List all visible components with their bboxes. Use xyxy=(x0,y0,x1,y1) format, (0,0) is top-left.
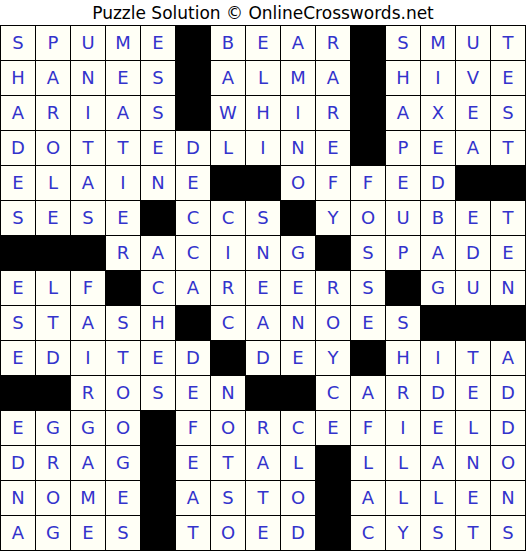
block-cell-r1c6 xyxy=(176,26,211,61)
block-cell-r14c5 xyxy=(141,481,176,516)
letter-cell-r10c4: T xyxy=(106,341,141,376)
block-cell-r10c7 xyxy=(211,341,246,376)
letter-cell-r9c4: S xyxy=(106,306,141,341)
block-cell-r5c8 xyxy=(246,166,281,201)
letter-cell-r13c3: A xyxy=(71,446,106,481)
letter-cell-r7c15: E xyxy=(491,236,526,271)
letter-cell-r14c3: M xyxy=(71,481,106,516)
letter-cell-r5c9: O xyxy=(281,166,316,201)
letter-cell-r13c14: N xyxy=(456,446,491,481)
letter-cell-r7c6: C xyxy=(176,236,211,271)
letter-cell-r14c1: N xyxy=(1,481,36,516)
letter-cell-r14c9: O xyxy=(281,481,316,516)
letter-cell-r1c4: M xyxy=(106,26,141,61)
letter-cell-r6c12: U xyxy=(386,201,421,236)
letter-cell-r2c8: L xyxy=(246,61,281,96)
letter-cell-r10c3: I xyxy=(71,341,106,376)
letter-cell-r3c8: H xyxy=(246,96,281,131)
letter-cell-r3c14: E xyxy=(456,96,491,131)
letter-cell-r15c14: T xyxy=(456,516,491,551)
letter-cell-r10c6: D xyxy=(176,341,211,376)
letter-cell-r12c15: D xyxy=(491,411,526,446)
letter-cell-r15c13: S xyxy=(421,516,456,551)
letter-cell-r3c10: R xyxy=(316,96,351,131)
letter-cell-r3c9: I xyxy=(281,96,316,131)
letter-cell-r4c7: L xyxy=(211,131,246,166)
letter-cell-r15c1: A xyxy=(1,516,36,551)
letter-cell-r9c2: T xyxy=(36,306,71,341)
letter-cell-r3c15: S xyxy=(491,96,526,131)
letter-cell-r1c14: U xyxy=(456,26,491,61)
letter-cell-r2c3: N xyxy=(71,61,106,96)
letter-cell-r8c11: S xyxy=(351,271,386,306)
block-cell-r7c1 xyxy=(1,236,36,271)
letter-cell-r4c12: P xyxy=(386,131,421,166)
letter-cell-r2c2: A xyxy=(36,61,71,96)
block-cell-r4c11 xyxy=(351,131,386,166)
letter-cell-r4c14: A xyxy=(456,131,491,166)
letter-cell-r9c11: E xyxy=(351,306,386,341)
title-bar: Puzzle Solution © OnlineCrosswords.net xyxy=(0,0,526,25)
letter-cell-r3c5: S xyxy=(141,96,176,131)
letter-cell-r6c11: O xyxy=(351,201,386,236)
letter-cell-r10c1: E xyxy=(1,341,36,376)
letter-cell-r13c6: E xyxy=(176,446,211,481)
block-cell-r5c15 xyxy=(491,166,526,201)
block-cell-r1c11 xyxy=(351,26,386,61)
letter-cell-r10c10: Y xyxy=(316,341,351,376)
block-cell-r11c1 xyxy=(1,376,36,411)
letter-cell-r12c1: E xyxy=(1,411,36,446)
letter-cell-r1c12: S xyxy=(386,26,421,61)
letter-cell-r9c1: S xyxy=(1,306,36,341)
letter-cell-r11c11: A xyxy=(351,376,386,411)
letter-cell-r1c2: P xyxy=(36,26,71,61)
letter-cell-r11c6: E xyxy=(176,376,211,411)
letter-cell-r5c13: D xyxy=(421,166,456,201)
puzzle-solution-page: Puzzle Solution © OnlineCrosswords.net S… xyxy=(0,0,526,551)
block-cell-r15c10 xyxy=(316,516,351,551)
letter-cell-r2c10: A xyxy=(316,61,351,96)
letter-cell-r3c1: A xyxy=(1,96,36,131)
letter-cell-r13c1: D xyxy=(1,446,36,481)
letter-cell-r14c13: L xyxy=(421,481,456,516)
letter-cell-r1c13: M xyxy=(421,26,456,61)
letter-cell-r15c4: S xyxy=(106,516,141,551)
letter-cell-r1c9: A xyxy=(281,26,316,61)
block-cell-r9c14 xyxy=(456,306,491,341)
letter-cell-r10c8: D xyxy=(246,341,281,376)
letter-cell-r8c6: A xyxy=(176,271,211,306)
letter-cell-r11c12: R xyxy=(386,376,421,411)
letter-cell-r15c6: T xyxy=(176,516,211,551)
block-cell-r5c7 xyxy=(211,166,246,201)
letter-cell-r4c15: T xyxy=(491,131,526,166)
letter-cell-r10c12: H xyxy=(386,341,421,376)
block-cell-r12c5 xyxy=(141,411,176,446)
letter-cell-r14c8: T xyxy=(246,481,281,516)
letter-cell-r15c2: G xyxy=(36,516,71,551)
letter-cell-r2c1: H xyxy=(1,61,36,96)
letter-cell-r13c4: G xyxy=(106,446,141,481)
letter-cell-r11c4: O xyxy=(106,376,141,411)
letter-cell-r1c7: B xyxy=(211,26,246,61)
letter-cell-r6c15: T xyxy=(491,201,526,236)
letter-cell-r6c4: E xyxy=(106,201,141,236)
letter-cell-r4c2: O xyxy=(36,131,71,166)
letter-cell-r15c9: D xyxy=(281,516,316,551)
block-cell-r6c5 xyxy=(141,201,176,236)
letter-cell-r11c7: N xyxy=(211,376,246,411)
letter-cell-r3c13: X xyxy=(421,96,456,131)
letter-cell-r5c5: N xyxy=(141,166,176,201)
letter-cell-r2c12: H xyxy=(386,61,421,96)
letter-cell-r10c2: D xyxy=(36,341,71,376)
letter-cell-r13c9: L xyxy=(281,446,316,481)
letter-cell-r3c3: I xyxy=(71,96,106,131)
letter-cell-r12c2: G xyxy=(36,411,71,446)
block-cell-r9c13 xyxy=(421,306,456,341)
letter-cell-r6c2: E xyxy=(36,201,71,236)
letter-cell-r4c5: E xyxy=(141,131,176,166)
letter-cell-r5c6: E xyxy=(176,166,211,201)
letter-cell-r12c10: E xyxy=(316,411,351,446)
letter-cell-r4c10: E xyxy=(316,131,351,166)
letter-cell-r12c6: F xyxy=(176,411,211,446)
letter-cell-r2c7: A xyxy=(211,61,246,96)
letter-cell-r6c7: C xyxy=(211,201,246,236)
letter-cell-r2c15: E xyxy=(491,61,526,96)
block-cell-r10c11 xyxy=(351,341,386,376)
letter-cell-r9c3: A xyxy=(71,306,106,341)
letter-cell-r1c5: E xyxy=(141,26,176,61)
letter-cell-r9c10: O xyxy=(316,306,351,341)
letter-cell-r5c4: I xyxy=(106,166,141,201)
letter-cell-r3c12: A xyxy=(386,96,421,131)
letter-cell-r8c15: N xyxy=(491,271,526,306)
letter-cell-r6c3: S xyxy=(71,201,106,236)
letter-cell-r14c11: A xyxy=(351,481,386,516)
letter-cell-r5c10: F xyxy=(316,166,351,201)
crossword-grid: SPUMEBEARSMUTHANESALMAHIVEARIASWHIRAXESD… xyxy=(0,25,526,551)
letter-cell-r9c9: N xyxy=(281,306,316,341)
block-cell-r5c14 xyxy=(456,166,491,201)
letter-cell-r7c7: I xyxy=(211,236,246,271)
letter-cell-r2c13: I xyxy=(421,61,456,96)
letter-cell-r13c13: A xyxy=(421,446,456,481)
letter-cell-r1c10: R xyxy=(316,26,351,61)
letter-cell-r8c1: E xyxy=(1,271,36,306)
letter-cell-r8c8: E xyxy=(246,271,281,306)
letter-cell-r1c15: T xyxy=(491,26,526,61)
block-cell-r3c6 xyxy=(176,96,211,131)
block-cell-r2c11 xyxy=(351,61,386,96)
letter-cell-r8c5: C xyxy=(141,271,176,306)
letter-cell-r11c13: D xyxy=(421,376,456,411)
letter-cell-r7c13: A xyxy=(421,236,456,271)
letter-cell-r7c9: G xyxy=(281,236,316,271)
block-cell-r15c5 xyxy=(141,516,176,551)
letter-cell-r10c9: E xyxy=(281,341,316,376)
letter-cell-r5c2: L xyxy=(36,166,71,201)
letter-cell-r4c6: D xyxy=(176,131,211,166)
letter-cell-r8c14: U xyxy=(456,271,491,306)
letter-cell-r7c5: A xyxy=(141,236,176,271)
letter-cell-r13c7: T xyxy=(211,446,246,481)
letter-cell-r10c15: A xyxy=(491,341,526,376)
letter-cell-r10c5: E xyxy=(141,341,176,376)
block-cell-r14c10 xyxy=(316,481,351,516)
block-cell-r9c15 xyxy=(491,306,526,341)
letter-cell-r9c7: C xyxy=(211,306,246,341)
letter-cell-r15c7: O xyxy=(211,516,246,551)
letter-cell-r1c1: S xyxy=(1,26,36,61)
letter-cell-r12c3: G xyxy=(71,411,106,446)
letter-cell-r6c1: S xyxy=(1,201,36,236)
letter-cell-r2c14: V xyxy=(456,61,491,96)
letter-cell-r7c8: N xyxy=(246,236,281,271)
block-cell-r13c5 xyxy=(141,446,176,481)
letter-cell-r12c13: E xyxy=(421,411,456,446)
letter-cell-r11c15: D xyxy=(491,376,526,411)
block-cell-r7c10 xyxy=(316,236,351,271)
letter-cell-r8c7: R xyxy=(211,271,246,306)
letter-cell-r12c7: O xyxy=(211,411,246,446)
letter-cell-r12c14: L xyxy=(456,411,491,446)
letter-cell-r13c11: L xyxy=(351,446,386,481)
block-cell-r9c6 xyxy=(176,306,211,341)
letter-cell-r4c4: T xyxy=(106,131,141,166)
letter-cell-r5c11: F xyxy=(351,166,386,201)
letter-cell-r4c9: N xyxy=(281,131,316,166)
letter-cell-r13c12: L xyxy=(386,446,421,481)
letter-cell-r6c8: S xyxy=(246,201,281,236)
letter-cell-r5c1: E xyxy=(1,166,36,201)
letter-cell-r11c3: R xyxy=(71,376,106,411)
letter-cell-r3c2: R xyxy=(36,96,71,131)
block-cell-r3c11 xyxy=(351,96,386,131)
letter-cell-r9c5: H xyxy=(141,306,176,341)
letter-cell-r13c15: O xyxy=(491,446,526,481)
letter-cell-r5c3: A xyxy=(71,166,106,201)
letter-cell-r2c9: M xyxy=(281,61,316,96)
block-cell-r11c9 xyxy=(281,376,316,411)
block-cell-r11c8 xyxy=(246,376,281,411)
letter-cell-r11c14: E xyxy=(456,376,491,411)
letter-cell-r11c5: S xyxy=(141,376,176,411)
letter-cell-r8c2: L xyxy=(36,271,71,306)
block-cell-r8c4 xyxy=(106,271,141,306)
letter-cell-r11c10: C xyxy=(316,376,351,411)
letter-cell-r2c4: E xyxy=(106,61,141,96)
letter-cell-r8c3: F xyxy=(71,271,106,306)
letter-cell-r14c7: S xyxy=(211,481,246,516)
letter-cell-r4c1: D xyxy=(1,131,36,166)
letter-cell-r14c4: E xyxy=(106,481,141,516)
letter-cell-r14c6: A xyxy=(176,481,211,516)
letter-cell-r13c8: A xyxy=(246,446,281,481)
letter-cell-r6c13: B xyxy=(421,201,456,236)
letter-cell-r3c7: W xyxy=(211,96,246,131)
letter-cell-r12c4: O xyxy=(106,411,141,446)
letter-cell-r8c10: R xyxy=(316,271,351,306)
letter-cell-r1c8: E xyxy=(246,26,281,61)
letter-cell-r10c14: T xyxy=(456,341,491,376)
letter-cell-r5c12: E xyxy=(386,166,421,201)
letter-cell-r4c8: I xyxy=(246,131,281,166)
block-cell-r11c2 xyxy=(36,376,71,411)
letter-cell-r4c13: E xyxy=(421,131,456,166)
block-cell-r8c12 xyxy=(386,271,421,306)
letter-cell-r12c11: F xyxy=(351,411,386,446)
letter-cell-r14c2: O xyxy=(36,481,71,516)
block-cell-r2c6 xyxy=(176,61,211,96)
letter-cell-r12c9: C xyxy=(281,411,316,446)
block-cell-r7c2 xyxy=(36,236,71,271)
letter-cell-r15c12: Y xyxy=(386,516,421,551)
letter-cell-r6c14: E xyxy=(456,201,491,236)
letter-cell-r14c14: E xyxy=(456,481,491,516)
block-cell-r7c3 xyxy=(71,236,106,271)
letter-cell-r7c12: P xyxy=(386,236,421,271)
letter-cell-r10c13: I xyxy=(421,341,456,376)
letter-cell-r1c3: U xyxy=(71,26,106,61)
letter-cell-r9c8: A xyxy=(246,306,281,341)
letter-cell-r13c2: R xyxy=(36,446,71,481)
letter-cell-r15c8: E xyxy=(246,516,281,551)
letter-cell-r6c10: Y xyxy=(316,201,351,236)
letter-cell-r6c6: C xyxy=(176,201,211,236)
letter-cell-r15c3: E xyxy=(71,516,106,551)
letter-cell-r15c11: C xyxy=(351,516,386,551)
letter-cell-r7c14: D xyxy=(456,236,491,271)
letter-cell-r2c5: S xyxy=(141,61,176,96)
letter-cell-r12c12: I xyxy=(386,411,421,446)
letter-cell-r4c3: T xyxy=(71,131,106,166)
letter-cell-r15c15: S xyxy=(491,516,526,551)
letter-cell-r14c15: N xyxy=(491,481,526,516)
block-cell-r6c9 xyxy=(281,201,316,236)
block-cell-r13c10 xyxy=(316,446,351,481)
letter-cell-r14c12: L xyxy=(386,481,421,516)
letter-cell-r9c12: S xyxy=(386,306,421,341)
letter-cell-r8c13: G xyxy=(421,271,456,306)
letter-cell-r7c4: R xyxy=(106,236,141,271)
letter-cell-r8c9: E xyxy=(281,271,316,306)
letter-cell-r12c8: R xyxy=(246,411,281,446)
letter-cell-r7c11: S xyxy=(351,236,386,271)
page-title: Puzzle Solution © OnlineCrosswords.net xyxy=(92,3,434,23)
letter-cell-r3c4: A xyxy=(106,96,141,131)
